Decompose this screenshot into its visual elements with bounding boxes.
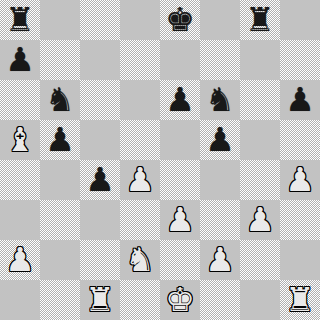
- square-a1[interactable]: [0, 280, 40, 320]
- square-e4[interactable]: [160, 160, 200, 200]
- square-b3[interactable]: [40, 200, 80, 240]
- piece-black-pawn[interactable]: ♟: [45, 123, 75, 156]
- square-c6[interactable]: [80, 80, 120, 120]
- square-e5[interactable]: [160, 120, 200, 160]
- square-g5[interactable]: [240, 120, 280, 160]
- piece-black-king[interactable]: ♚: [165, 3, 195, 36]
- square-h5[interactable]: [280, 120, 320, 160]
- piece-black-pawn[interactable]: ♟: [285, 83, 315, 116]
- square-h7[interactable]: [280, 40, 320, 80]
- square-f7[interactable]: [200, 40, 240, 80]
- square-b7[interactable]: [40, 40, 80, 80]
- square-h1[interactable]: ♜: [280, 280, 320, 320]
- piece-white-pawn[interactable]: ♟: [165, 203, 195, 236]
- square-e8[interactable]: ♚: [160, 0, 200, 40]
- square-c8[interactable]: [80, 0, 120, 40]
- piece-white-pawn[interactable]: ♟: [5, 243, 35, 276]
- square-f2[interactable]: ♟: [200, 240, 240, 280]
- square-d5[interactable]: [120, 120, 160, 160]
- piece-black-pawn[interactable]: ♟: [205, 123, 235, 156]
- piece-black-knight[interactable]: ♞: [205, 83, 235, 116]
- square-c4[interactable]: ♟: [80, 160, 120, 200]
- square-e6[interactable]: ♟: [160, 80, 200, 120]
- piece-white-pawn[interactable]: ♟: [125, 163, 155, 196]
- square-h6[interactable]: ♟: [280, 80, 320, 120]
- piece-white-knight[interactable]: ♞: [125, 243, 155, 276]
- piece-black-rook[interactable]: ♜: [245, 3, 275, 36]
- square-b8[interactable]: [40, 0, 80, 40]
- square-c1[interactable]: ♜: [80, 280, 120, 320]
- square-g1[interactable]: [240, 280, 280, 320]
- square-d1[interactable]: [120, 280, 160, 320]
- piece-black-pawn[interactable]: ♟: [85, 163, 115, 196]
- square-e1[interactable]: ♚: [160, 280, 200, 320]
- square-e3[interactable]: ♟: [160, 200, 200, 240]
- piece-white-pawn[interactable]: ♟: [245, 203, 275, 236]
- square-d3[interactable]: [120, 200, 160, 240]
- square-d6[interactable]: [120, 80, 160, 120]
- square-d7[interactable]: [120, 40, 160, 80]
- square-f4[interactable]: [200, 160, 240, 200]
- square-b1[interactable]: [40, 280, 80, 320]
- square-b5[interactable]: ♟: [40, 120, 80, 160]
- square-a5[interactable]: ♝: [0, 120, 40, 160]
- piece-black-knight[interactable]: ♞: [45, 83, 75, 116]
- square-d8[interactable]: [120, 0, 160, 40]
- square-f8[interactable]: [200, 0, 240, 40]
- piece-white-pawn[interactable]: ♟: [285, 163, 315, 196]
- piece-white-pawn[interactable]: ♟: [205, 243, 235, 276]
- square-c2[interactable]: [80, 240, 120, 280]
- square-a4[interactable]: [0, 160, 40, 200]
- square-d4[interactable]: ♟: [120, 160, 160, 200]
- square-c3[interactable]: [80, 200, 120, 240]
- square-a8[interactable]: ♜: [0, 0, 40, 40]
- square-c7[interactable]: [80, 40, 120, 80]
- square-b4[interactable]: [40, 160, 80, 200]
- square-h3[interactable]: [280, 200, 320, 240]
- square-g8[interactable]: ♜: [240, 0, 280, 40]
- square-h8[interactable]: [280, 0, 320, 40]
- piece-white-rook[interactable]: ♜: [285, 283, 315, 316]
- square-f6[interactable]: ♞: [200, 80, 240, 120]
- square-d2[interactable]: ♞: [120, 240, 160, 280]
- square-e7[interactable]: [160, 40, 200, 80]
- square-g3[interactable]: ♟: [240, 200, 280, 240]
- square-f3[interactable]: [200, 200, 240, 240]
- piece-white-king[interactable]: ♚: [165, 283, 195, 316]
- square-b6[interactable]: ♞: [40, 80, 80, 120]
- piece-black-pawn[interactable]: ♟: [165, 83, 195, 116]
- square-f5[interactable]: ♟: [200, 120, 240, 160]
- square-a2[interactable]: ♟: [0, 240, 40, 280]
- square-g6[interactable]: [240, 80, 280, 120]
- square-a6[interactable]: [0, 80, 40, 120]
- square-b2[interactable]: [40, 240, 80, 280]
- square-g4[interactable]: [240, 160, 280, 200]
- piece-black-rook[interactable]: ♜: [5, 3, 35, 36]
- square-g2[interactable]: [240, 240, 280, 280]
- square-f1[interactable]: [200, 280, 240, 320]
- chess-board-screenshot: ♜♚♜♟♞♟♞♟♝♟♟♟♟♟♟♟♟♞♟♜♚♜: [0, 0, 320, 320]
- square-e2[interactable]: [160, 240, 200, 280]
- square-c5[interactable]: [80, 120, 120, 160]
- piece-white-rook[interactable]: ♜: [85, 283, 115, 316]
- chess-board: ♜♚♜♟♞♟♞♟♝♟♟♟♟♟♟♟♟♞♟♜♚♜: [0, 0, 320, 320]
- piece-black-pawn[interactable]: ♟: [5, 43, 35, 76]
- square-h2[interactable]: [280, 240, 320, 280]
- square-g7[interactable]: [240, 40, 280, 80]
- square-a3[interactable]: [0, 200, 40, 240]
- piece-white-bishop[interactable]: ♝: [5, 123, 35, 156]
- square-a7[interactable]: ♟: [0, 40, 40, 80]
- square-h4[interactable]: ♟: [280, 160, 320, 200]
